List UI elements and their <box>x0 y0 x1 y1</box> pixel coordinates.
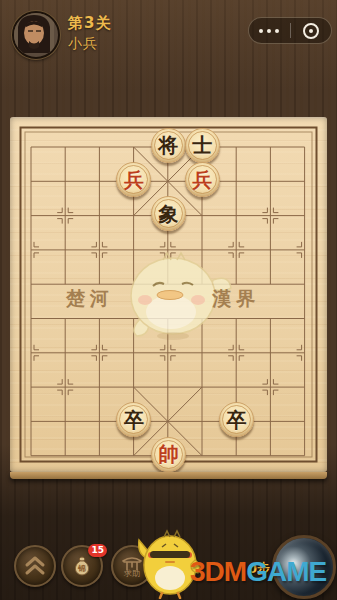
expand-menu-button[interactable] <box>14 545 56 587</box>
watermark-3dm: 3DM <box>190 556 246 587</box>
piece-glyph: 兵 <box>124 170 144 190</box>
piece-兵-red[interactable]: 兵 <box>116 162 151 197</box>
more-dots-icon <box>267 29 271 33</box>
piece-卒-black[interactable]: 卒 <box>219 402 254 437</box>
player-avatar[interactable] <box>12 11 60 59</box>
miniprogram-capsule <box>248 17 332 44</box>
hint-bag-button[interactable]: 锦 15 <box>61 545 103 587</box>
piece-帥-red[interactable]: 帥 <box>151 437 186 472</box>
piece-glyph: 兵 <box>192 170 212 190</box>
piece-glyph: 帥 <box>158 444 178 464</box>
piece-士-black[interactable]: 士 <box>185 128 220 163</box>
rank-subtitle: 小兵 <box>68 35 98 53</box>
site-watermark: 3DMGAME <box>190 556 326 588</box>
piece-glyph: 卒 <box>124 410 144 430</box>
piece-grid[interactable]: 将士兵兵象卒卒帥 <box>14 130 322 473</box>
piece-将-black[interactable]: 将 <box>151 128 186 163</box>
bag-character: 锦 <box>77 564 86 573</box>
more-dots-icon <box>259 29 263 33</box>
xiangqi-board[interactable]: 楚河 漢界 将士兵兵象卒卒帥 <box>10 117 327 472</box>
piece-glyph: 卒 <box>227 410 247 430</box>
piece-卒-black[interactable]: 卒 <box>116 402 151 437</box>
close-button[interactable] <box>291 18 332 43</box>
more-dots-icon <box>275 29 279 33</box>
avatar-portrait <box>14 13 54 53</box>
money-bag-icon: 锦 <box>69 553 95 579</box>
more-button[interactable] <box>249 18 290 43</box>
board-base-edge <box>10 472 327 479</box>
chevrons-up-icon <box>22 555 48 577</box>
piece-兵-red[interactable]: 兵 <box>185 162 220 197</box>
exit-circle-icon <box>303 23 319 39</box>
piece-glyph: 将 <box>158 135 178 155</box>
hint-count-badge: 15 <box>88 544 107 557</box>
watermark-game: GAME <box>246 556 326 587</box>
piece-glyph: 象 <box>158 204 178 224</box>
piece-glyph: 士 <box>192 135 212 155</box>
piece-象-black[interactable]: 象 <box>151 196 186 231</box>
level-title: 第3关 <box>68 14 111 33</box>
app-screen: 第3关 小兵 <box>0 0 337 600</box>
